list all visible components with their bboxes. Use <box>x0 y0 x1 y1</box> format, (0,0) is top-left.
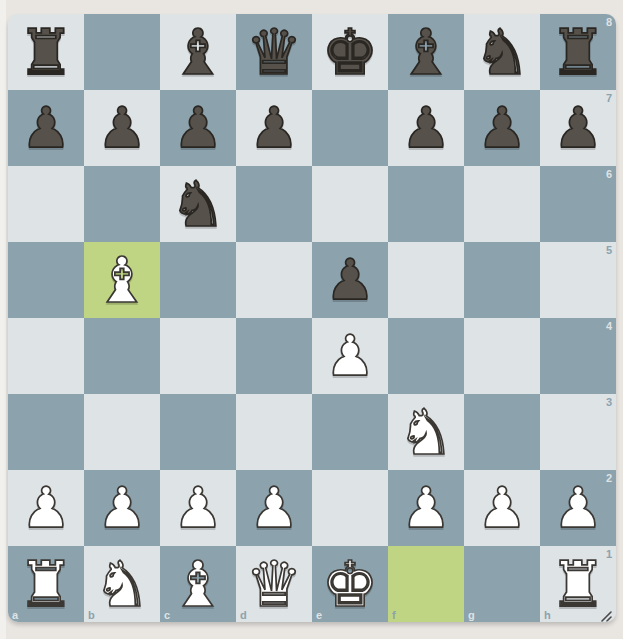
black-rook-a8[interactable]: ♜ <box>18 21 74 84</box>
square-a7[interactable]: ♟ <box>8 90 84 166</box>
square-h3[interactable]: 3 <box>540 394 616 470</box>
black-pawn-e5[interactable]: ♟ <box>325 252 375 308</box>
square-b4[interactable] <box>84 318 160 394</box>
square-h5[interactable]: 5 <box>540 242 616 318</box>
square-b7[interactable]: ♟ <box>84 90 160 166</box>
white-knight-f3[interactable]: ♞ <box>398 401 454 464</box>
black-pawn-d7[interactable]: ♟ <box>249 100 299 156</box>
black-pawn-a7[interactable]: ♟ <box>21 100 71 156</box>
square-e4[interactable]: ♟ <box>312 318 388 394</box>
square-b8[interactable] <box>84 14 160 90</box>
square-d1[interactable]: ♛d <box>236 546 312 622</box>
square-c1[interactable]: ♝c <box>160 546 236 622</box>
white-king-e1[interactable]: ♚ <box>322 553 378 616</box>
rank-label-6: 6 <box>606 168 612 180</box>
square-g1[interactable]: g <box>464 546 540 622</box>
square-d6[interactable] <box>236 166 312 242</box>
square-d4[interactable] <box>236 318 312 394</box>
square-f1[interactable]: f <box>388 546 464 622</box>
board-resize-handle-icon[interactable] <box>600 608 614 620</box>
white-rook-h1[interactable]: ♜ <box>550 553 606 616</box>
rank-label-2: 2 <box>606 472 612 484</box>
square-e5[interactable]: ♟ <box>312 242 388 318</box>
square-b5[interactable]: ♝ <box>84 242 160 318</box>
square-a3[interactable] <box>8 394 84 470</box>
white-queen-d1[interactable]: ♛ <box>246 553 302 616</box>
square-a5[interactable] <box>8 242 84 318</box>
black-queen-d8[interactable]: ♛ <box>246 21 302 84</box>
rank-label-3: 3 <box>606 396 612 408</box>
square-h6[interactable]: 6 <box>540 166 616 242</box>
white-bishop-c1[interactable]: ♝ <box>170 553 226 616</box>
square-b2[interactable]: ♟ <box>84 470 160 546</box>
black-rook-h8[interactable]: ♜ <box>550 21 606 84</box>
white-pawn-e4[interactable]: ♟ <box>325 328 375 384</box>
black-pawn-f7[interactable]: ♟ <box>401 100 451 156</box>
black-knight-c6[interactable]: ♞ <box>170 173 226 236</box>
square-e3[interactable] <box>312 394 388 470</box>
white-pawn-g2[interactable]: ♟ <box>477 480 527 536</box>
black-pawn-c7[interactable]: ♟ <box>173 100 223 156</box>
rank-label-7: 7 <box>606 92 612 104</box>
square-d5[interactable] <box>236 242 312 318</box>
black-pawn-h7[interactable]: ♟ <box>553 100 603 156</box>
rank-label-5: 5 <box>606 244 612 256</box>
white-pawn-a2[interactable]: ♟ <box>21 480 71 536</box>
square-c4[interactable] <box>160 318 236 394</box>
square-c6[interactable]: ♞ <box>160 166 236 242</box>
black-bishop-f8[interactable]: ♝ <box>398 21 454 84</box>
square-c2[interactable]: ♟ <box>160 470 236 546</box>
white-rook-a1[interactable]: ♜ <box>18 553 74 616</box>
square-f4[interactable] <box>388 318 464 394</box>
square-b6[interactable] <box>84 166 160 242</box>
black-bishop-c8[interactable]: ♝ <box>170 21 226 84</box>
page-background: { "game": "chess", "position": { "fen": … <box>0 0 623 639</box>
square-d2[interactable]: ♟ <box>236 470 312 546</box>
file-label-g: g <box>468 609 475 621</box>
file-label-f: f <box>392 609 396 621</box>
square-h4[interactable]: 4 <box>540 318 616 394</box>
chess-board: ♜♝♛♚♝♞♜8♟♟♟♟♟♟♟7♞6♝♟5♟4♞3♟♟♟♟♟♟♟2♜a♞b♝c♛… <box>8 14 616 622</box>
white-pawn-c2[interactable]: ♟ <box>173 480 223 536</box>
white-bishop-b5[interactable]: ♝ <box>94 249 150 312</box>
square-d3[interactable] <box>236 394 312 470</box>
black-king-e8[interactable]: ♚ <box>322 21 378 84</box>
square-h2[interactable]: ♟2 <box>540 470 616 546</box>
square-c8[interactable]: ♝ <box>160 14 236 90</box>
black-pawn-b7[interactable]: ♟ <box>97 100 147 156</box>
square-f2[interactable]: ♟ <box>388 470 464 546</box>
square-g3[interactable] <box>464 394 540 470</box>
rank-label-4: 4 <box>606 320 612 332</box>
square-b3[interactable] <box>84 394 160 470</box>
square-b1[interactable]: ♞b <box>84 546 160 622</box>
square-a8[interactable]: ♜ <box>8 14 84 90</box>
square-e7[interactable] <box>312 90 388 166</box>
square-c3[interactable] <box>160 394 236 470</box>
square-f7[interactable]: ♟ <box>388 90 464 166</box>
white-pawn-f2[interactable]: ♟ <box>401 480 451 536</box>
white-knight-b1[interactable]: ♞ <box>94 553 150 616</box>
square-a4[interactable] <box>8 318 84 394</box>
square-g5[interactable] <box>464 242 540 318</box>
square-c5[interactable] <box>160 242 236 318</box>
square-a2[interactable]: ♟ <box>8 470 84 546</box>
square-h8[interactable]: ♜8 <box>540 14 616 90</box>
square-g8[interactable]: ♞ <box>464 14 540 90</box>
square-f5[interactable] <box>388 242 464 318</box>
square-e1[interactable]: ♚e <box>312 546 388 622</box>
black-pawn-g7[interactable]: ♟ <box>477 100 527 156</box>
square-c7[interactable]: ♟ <box>160 90 236 166</box>
rank-label-8: 8 <box>606 16 612 28</box>
square-g6[interactable] <box>464 166 540 242</box>
square-g7[interactable]: ♟ <box>464 90 540 166</box>
square-f8[interactable]: ♝ <box>388 14 464 90</box>
square-g2[interactable]: ♟ <box>464 470 540 546</box>
square-d8[interactable]: ♛ <box>236 14 312 90</box>
black-knight-g8[interactable]: ♞ <box>474 21 530 84</box>
square-f6[interactable] <box>388 166 464 242</box>
square-e6[interactable] <box>312 166 388 242</box>
square-f3[interactable]: ♞ <box>388 394 464 470</box>
square-e8[interactable]: ♚ <box>312 14 388 90</box>
white-pawn-h2[interactable]: ♟ <box>553 480 603 536</box>
square-g4[interactable] <box>464 318 540 394</box>
white-pawn-d2[interactable]: ♟ <box>249 480 299 536</box>
square-e2[interactable] <box>312 470 388 546</box>
square-h7[interactable]: ♟7 <box>540 90 616 166</box>
white-pawn-b2[interactable]: ♟ <box>97 480 147 536</box>
square-d7[interactable]: ♟ <box>236 90 312 166</box>
square-a6[interactable] <box>8 166 84 242</box>
rank-label-1: 1 <box>606 548 612 560</box>
square-a1[interactable]: ♜a <box>8 546 84 622</box>
